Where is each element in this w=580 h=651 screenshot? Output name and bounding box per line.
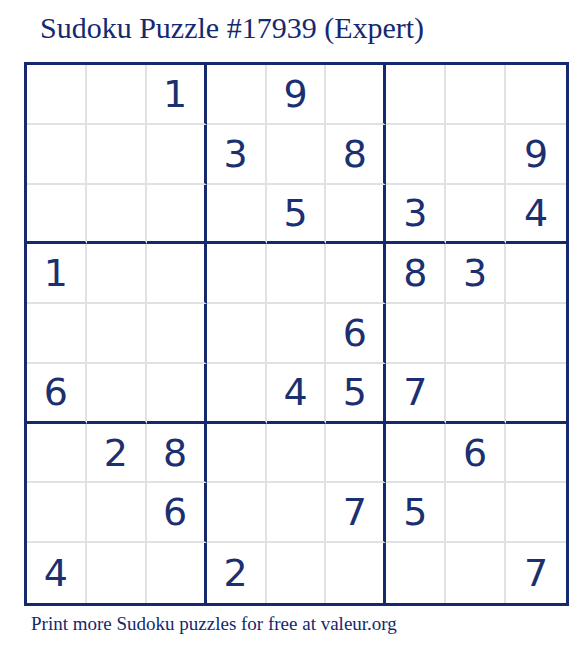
cell-r5c8 xyxy=(446,304,506,364)
cell-r5c3 xyxy=(147,304,207,364)
cell-r2c5 xyxy=(267,125,327,185)
cell-r5c2 xyxy=(87,304,147,364)
cell-r9c4: 2 xyxy=(207,543,267,603)
cell-r7c3: 8 xyxy=(147,424,207,484)
cell-r7c6 xyxy=(326,424,386,484)
cell-r1c4 xyxy=(207,65,267,125)
cell-r3c5: 5 xyxy=(267,185,327,245)
cell-r1c9 xyxy=(506,65,566,125)
cell-r6c7: 7 xyxy=(386,364,446,424)
cell-r2c7 xyxy=(386,125,446,185)
cell-r7c8: 6 xyxy=(446,424,506,484)
cell-r8c6: 7 xyxy=(326,483,386,543)
cell-r6c5: 4 xyxy=(267,364,327,424)
cell-r2c1 xyxy=(27,125,87,185)
cell-r3c1 xyxy=(27,185,87,245)
cell-r5c5 xyxy=(267,304,327,364)
cell-r4c6 xyxy=(326,244,386,304)
cell-r2c6: 8 xyxy=(326,125,386,185)
cell-r5c1 xyxy=(27,304,87,364)
cell-r6c3 xyxy=(147,364,207,424)
cell-r8c4 xyxy=(207,483,267,543)
cell-r5c9 xyxy=(506,304,566,364)
cell-r4c2 xyxy=(87,244,147,304)
cell-r7c9 xyxy=(506,424,566,484)
cell-r8c5 xyxy=(267,483,327,543)
cell-r1c2 xyxy=(87,65,147,125)
cell-r1c3: 1 xyxy=(147,65,207,125)
cell-r2c8 xyxy=(446,125,506,185)
cell-r3c4 xyxy=(207,185,267,245)
sudoku-print-page: Sudoku Puzzle #17939 (Expert) 1938953418… xyxy=(0,0,580,651)
cell-r6c4 xyxy=(207,364,267,424)
cell-r1c5: 9 xyxy=(267,65,327,125)
cell-r2c3 xyxy=(147,125,207,185)
cell-r9c1: 4 xyxy=(27,543,87,603)
cell-r9c6 xyxy=(326,543,386,603)
cell-r7c7 xyxy=(386,424,446,484)
cell-r2c4: 3 xyxy=(207,125,267,185)
cell-r1c8 xyxy=(446,65,506,125)
cell-r7c1 xyxy=(27,424,87,484)
cell-r9c7 xyxy=(386,543,446,603)
cell-r7c5 xyxy=(267,424,327,484)
cell-r3c2 xyxy=(87,185,147,245)
cell-r8c8 xyxy=(446,483,506,543)
cell-r9c9: 7 xyxy=(506,543,566,603)
cell-r5c4 xyxy=(207,304,267,364)
cell-r9c2 xyxy=(87,543,147,603)
cell-r3c8 xyxy=(446,185,506,245)
cell-r8c9 xyxy=(506,483,566,543)
cell-r7c4 xyxy=(207,424,267,484)
cell-r1c1 xyxy=(27,65,87,125)
cell-r4c8: 3 xyxy=(446,244,506,304)
cell-r4c3 xyxy=(147,244,207,304)
cell-r6c8 xyxy=(446,364,506,424)
cell-r3c7: 3 xyxy=(386,185,446,245)
cell-r4c4 xyxy=(207,244,267,304)
cell-r8c3: 6 xyxy=(147,483,207,543)
cell-r3c9: 4 xyxy=(506,185,566,245)
cell-r3c3 xyxy=(147,185,207,245)
cell-r8c1 xyxy=(27,483,87,543)
cell-r9c8 xyxy=(446,543,506,603)
cell-r9c5 xyxy=(267,543,327,603)
cell-r8c2 xyxy=(87,483,147,543)
cell-r4c5 xyxy=(267,244,327,304)
sudoku-board: 1938953418366457286675427 xyxy=(24,62,569,606)
cell-r5c6: 6 xyxy=(326,304,386,364)
cell-r6c1: 6 xyxy=(27,364,87,424)
cell-r2c2 xyxy=(87,125,147,185)
cell-r4c1: 1 xyxy=(27,244,87,304)
cell-r4c7: 8 xyxy=(386,244,446,304)
cell-r7c2: 2 xyxy=(87,424,147,484)
cell-r5c7 xyxy=(386,304,446,364)
page-title: Sudoku Puzzle #17939 (Expert) xyxy=(40,11,424,44)
cell-r6c6: 5 xyxy=(326,364,386,424)
cell-r8c7: 5 xyxy=(386,483,446,543)
cell-r2c9: 9 xyxy=(506,125,566,185)
cell-r6c9 xyxy=(506,364,566,424)
footer-text: Print more Sudoku puzzles for free at va… xyxy=(31,613,397,635)
cell-r1c7 xyxy=(386,65,446,125)
cell-r3c6 xyxy=(326,185,386,245)
cell-r6c2 xyxy=(87,364,147,424)
cell-r9c3 xyxy=(147,543,207,603)
cell-r1c6 xyxy=(326,65,386,125)
cell-r4c9 xyxy=(506,244,566,304)
